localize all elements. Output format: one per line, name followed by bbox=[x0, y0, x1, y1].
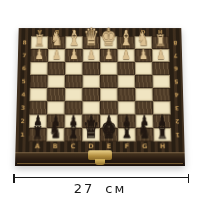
square-b2: ♟ bbox=[47, 115, 65, 128]
square-e8: ♚ bbox=[100, 36, 117, 49]
square-e4 bbox=[100, 88, 118, 101]
square-d1: ♛ bbox=[82, 128, 100, 142]
square-h8: ♜ bbox=[152, 36, 170, 49]
square-g5 bbox=[135, 75, 153, 88]
square-c3 bbox=[65, 101, 83, 114]
rank-labels-left: 87654321 bbox=[16, 36, 31, 141]
coord-label: G bbox=[134, 28, 151, 36]
coord-label: 1 bbox=[16, 128, 29, 142]
coord-label: C bbox=[64, 141, 82, 152]
square-a3 bbox=[29, 101, 47, 114]
square-b1: ♞ bbox=[46, 128, 64, 142]
coord-label: 8 bbox=[18, 36, 31, 49]
coord-label: C bbox=[65, 28, 82, 36]
black-pawn: ♟ bbox=[140, 114, 149, 128]
square-h2: ♟ bbox=[153, 115, 171, 128]
black-pawn: ♟ bbox=[104, 114, 113, 128]
square-a7: ♟ bbox=[30, 49, 48, 62]
coord-label: A bbox=[31, 28, 48, 36]
coord-label: H bbox=[152, 28, 169, 36]
square-f1: ♝ bbox=[118, 128, 136, 142]
square-h4 bbox=[153, 88, 171, 101]
white-pawn: ♟ bbox=[104, 48, 113, 62]
square-f5 bbox=[117, 75, 135, 88]
square-c6 bbox=[65, 62, 83, 75]
square-f3 bbox=[118, 101, 136, 114]
square-h5 bbox=[152, 75, 170, 88]
square-c7: ♟ bbox=[65, 49, 82, 62]
square-c8: ♝ bbox=[65, 36, 82, 49]
square-b4 bbox=[47, 88, 65, 101]
coord-label: 2 bbox=[16, 115, 29, 128]
square-a5 bbox=[30, 75, 48, 88]
coord-label: B bbox=[48, 28, 65, 36]
square-d2: ♟ bbox=[82, 115, 100, 128]
square-d7: ♟ bbox=[83, 49, 100, 62]
dimension-label: 27 см bbox=[0, 181, 200, 196]
white-pawn: ♟ bbox=[139, 48, 148, 62]
coord-label: 2 bbox=[171, 115, 184, 128]
chess-board: ABCDEFGH ABCDEFGH 87654321 87654321 ♜♞♝♛… bbox=[15, 28, 184, 152]
square-b8: ♞ bbox=[48, 36, 65, 49]
coord-label: 6 bbox=[170, 62, 183, 75]
square-d5 bbox=[82, 75, 100, 88]
square-c1: ♝ bbox=[64, 128, 82, 142]
square-b5 bbox=[47, 75, 65, 88]
square-e7: ♟ bbox=[100, 49, 117, 62]
white-pawn: ♟ bbox=[87, 48, 96, 62]
black-pawn: ♟ bbox=[87, 114, 96, 128]
square-f7: ♟ bbox=[117, 49, 134, 62]
rank-labels-right: 87654321 bbox=[169, 36, 184, 141]
square-c4 bbox=[65, 88, 83, 101]
white-pawn: ♟ bbox=[35, 48, 44, 62]
black-pawn: ♟ bbox=[122, 114, 131, 128]
coord-label: A bbox=[28, 141, 46, 152]
coord-label: G bbox=[136, 141, 154, 152]
square-e2: ♟ bbox=[100, 115, 118, 128]
square-g1: ♞ bbox=[136, 128, 154, 142]
square-b3 bbox=[47, 101, 65, 114]
square-a8: ♜ bbox=[31, 36, 49, 49]
coord-label: D bbox=[83, 28, 100, 36]
square-a1: ♜ bbox=[29, 128, 47, 142]
coord-label: F bbox=[118, 141, 136, 152]
coord-label: 1 bbox=[171, 128, 184, 142]
square-c5 bbox=[65, 75, 83, 88]
coord-label: 6 bbox=[17, 62, 30, 75]
coord-label: 5 bbox=[17, 75, 30, 88]
square-g7: ♟ bbox=[135, 49, 153, 62]
white-pawn: ♟ bbox=[69, 48, 78, 62]
square-e5 bbox=[100, 75, 118, 88]
square-h6 bbox=[152, 62, 170, 75]
square-g2: ♟ bbox=[135, 115, 153, 128]
square-g6 bbox=[135, 62, 153, 75]
square-d4 bbox=[82, 88, 100, 101]
square-f6 bbox=[117, 62, 135, 75]
coord-label: E bbox=[100, 28, 117, 36]
square-f2: ♟ bbox=[118, 115, 136, 128]
white-pawn: ♟ bbox=[156, 48, 165, 62]
square-a6 bbox=[30, 62, 48, 75]
square-g8: ♞ bbox=[135, 36, 152, 49]
coord-label: F bbox=[117, 28, 134, 36]
black-pawn: ♟ bbox=[33, 114, 42, 128]
chess-box: ABCDEFGH ABCDEFGH 87654321 87654321 ♜♞♝♛… bbox=[15, 28, 185, 166]
product-photo: ABCDEFGH ABCDEFGH 87654321 87654321 ♜♞♝♛… bbox=[0, 0, 200, 200]
coord-label: 8 bbox=[169, 36, 182, 49]
coord-label: H bbox=[154, 141, 172, 152]
brass-clasp-icon bbox=[88, 150, 112, 160]
dimension-line bbox=[14, 177, 188, 178]
square-h7: ♟ bbox=[152, 49, 170, 62]
coord-label: 3 bbox=[16, 101, 29, 114]
coord-label: 7 bbox=[169, 49, 182, 62]
square-e1: ♚ bbox=[100, 128, 118, 142]
coord-label: B bbox=[46, 141, 64, 152]
black-pawn: ♟ bbox=[51, 114, 60, 128]
coord-label: 5 bbox=[170, 75, 183, 88]
black-pawn: ♟ bbox=[157, 114, 166, 128]
coord-label: 3 bbox=[171, 101, 184, 114]
coord-label: 7 bbox=[18, 49, 31, 62]
square-d8: ♛ bbox=[83, 36, 100, 49]
board-grid: ♜♞♝♛♚♝♞♜♟♟♟♟♟♟♟♟♟♟♟♟♟♟♟♟♜♞♝♛♚♝♞♜ bbox=[29, 36, 172, 141]
square-d3 bbox=[82, 101, 100, 114]
square-f4 bbox=[118, 88, 136, 101]
white-pawn: ♟ bbox=[122, 48, 131, 62]
square-e6 bbox=[100, 62, 117, 75]
white-pawn: ♟ bbox=[52, 48, 61, 62]
square-f8: ♝ bbox=[117, 36, 134, 49]
square-g3 bbox=[135, 101, 153, 114]
black-pawn: ♟ bbox=[69, 114, 78, 128]
square-b7: ♟ bbox=[48, 49, 66, 62]
square-a2: ♟ bbox=[29, 115, 47, 128]
square-e3 bbox=[100, 101, 118, 114]
file-labels-top: ABCDEFGH bbox=[31, 28, 169, 36]
square-g4 bbox=[135, 88, 153, 101]
square-b6 bbox=[48, 62, 66, 75]
square-d6 bbox=[83, 62, 100, 75]
square-h3 bbox=[153, 101, 171, 114]
box-front-edge bbox=[15, 152, 185, 166]
square-c2: ♟ bbox=[64, 115, 82, 128]
coord-label: 4 bbox=[17, 88, 30, 101]
coord-label: 4 bbox=[170, 88, 183, 101]
square-a4 bbox=[29, 88, 47, 101]
square-h1: ♜ bbox=[153, 128, 171, 142]
